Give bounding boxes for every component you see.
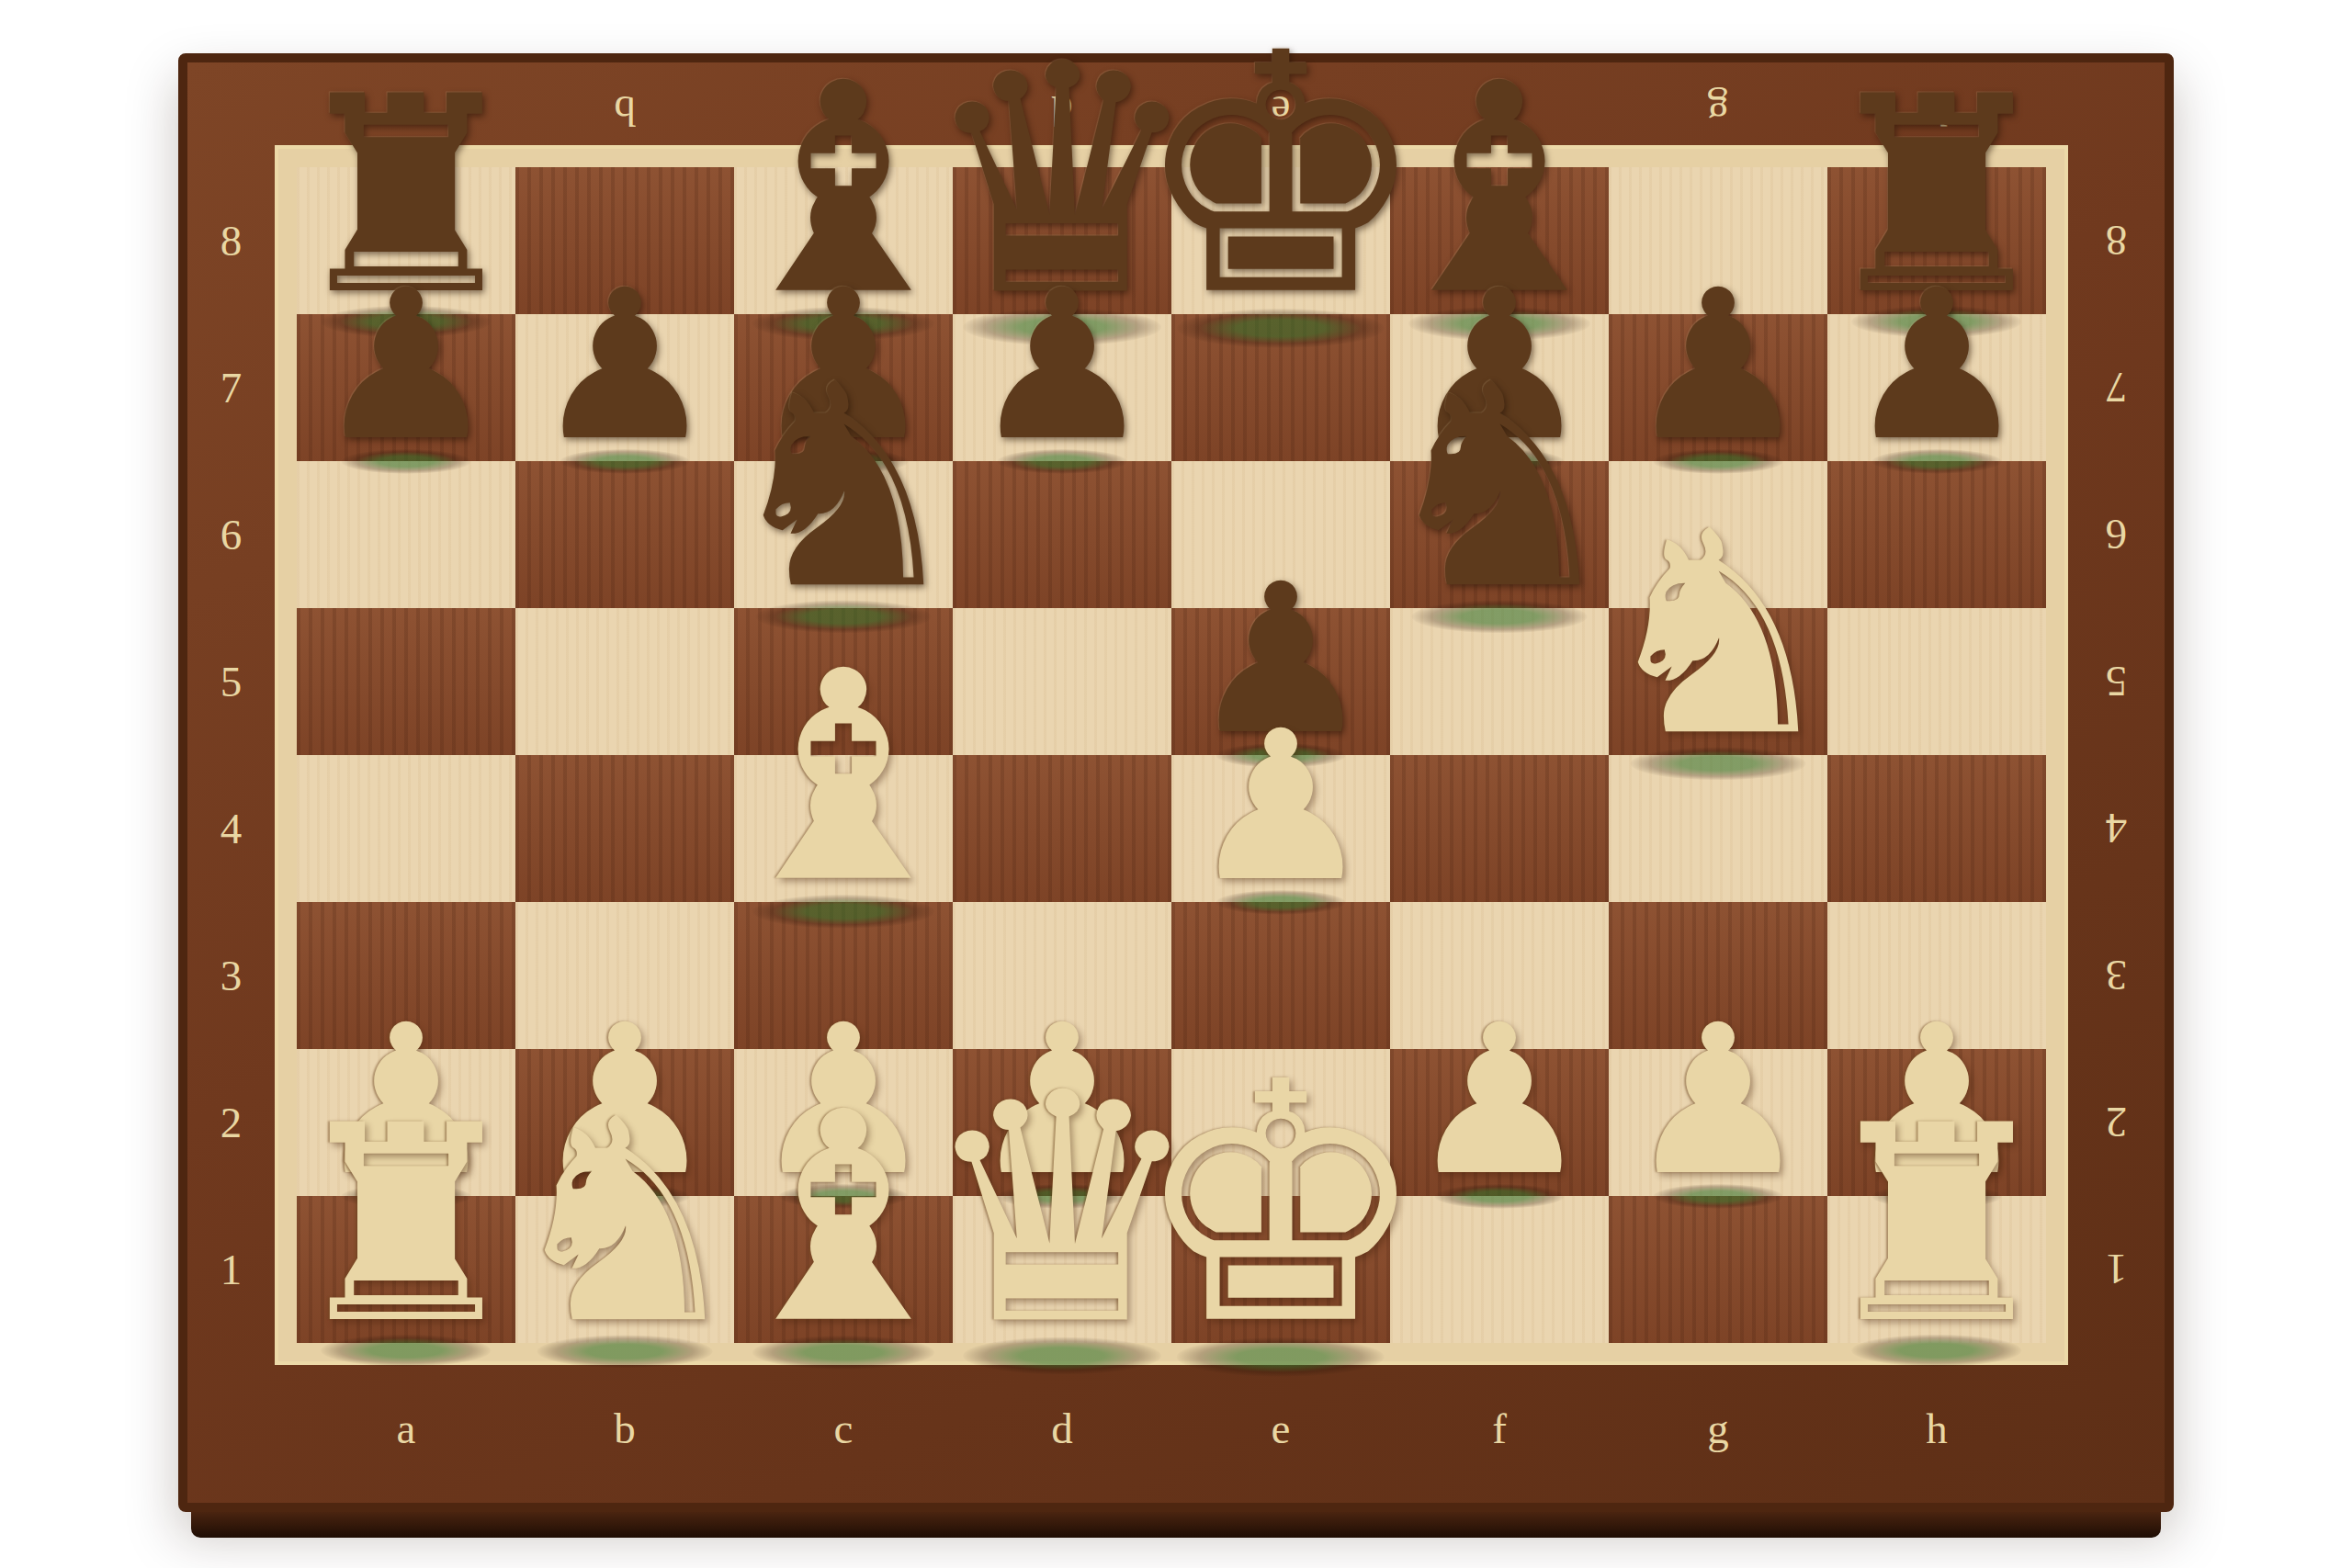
rank-label-right-2: 2	[2068, 1049, 2165, 1196]
file-label-bottom-f: f	[1390, 1407, 1609, 1450]
chess-board: abcdefgh 87654321 ♜♝♛♚♝♜♟♟♟♟♟♟♟♞♞♟♞♝♟♟♟♟…	[178, 53, 2174, 1538]
file-label-top-b: b	[515, 89, 734, 132]
square-a1[interactable]: ♜	[297, 1196, 515, 1343]
file-label-bottom-c: c	[734, 1407, 953, 1450]
piece-white-rook-h1[interactable]: ♜	[1815, 1090, 2058, 1361]
piece-black-knight-c6[interactable]: ♞	[718, 347, 968, 627]
square-h5[interactable]	[1827, 608, 2046, 755]
square-f6[interactable]: ♞	[1390, 461, 1609, 608]
square-g7[interactable]: ♟	[1609, 314, 1827, 461]
square-b5[interactable]	[515, 608, 734, 755]
rank-label-right-3: 3	[2068, 902, 2165, 1049]
square-e1[interactable]: ♚	[1171, 1196, 1390, 1343]
file-label-bottom-g: g	[1609, 1407, 1827, 1450]
rank-label-left-2: 2	[187, 1049, 275, 1196]
square-b7[interactable]: ♟	[515, 314, 734, 461]
rank-label-right-5: 5	[2068, 608, 2165, 755]
square-b1[interactable]: ♞	[515, 1196, 734, 1343]
rank-label-left-7: 7	[187, 314, 275, 461]
board-grid: ♜♝♛♚♝♜♟♟♟♟♟♟♟♞♞♟♞♝♟♟♟♟♟♟♟♟♜♞♝♛♚♜	[297, 167, 2046, 1343]
square-d5[interactable]	[953, 608, 1171, 755]
piece-black-pawn-g7[interactable]: ♟	[1625, 263, 1811, 469]
rank-label-left-1: 1	[187, 1196, 275, 1343]
square-h4[interactable]	[1827, 755, 2046, 902]
square-c4[interactable]: ♝	[734, 755, 953, 902]
board-frame: abcdefgh 87654321 ♜♝♛♚♝♜♟♟♟♟♟♟♟♞♞♟♞♝♟♟♟♟…	[178, 53, 2174, 1512]
square-c6[interactable]: ♞	[734, 461, 953, 608]
piece-black-knight-f6[interactable]: ♞	[1374, 347, 1624, 627]
piece-black-pawn-d7[interactable]: ♟	[969, 263, 1155, 469]
square-a4[interactable]	[297, 755, 515, 902]
file-label-bottom-h: h	[1827, 1407, 2046, 1450]
piece-black-pawn-h7[interactable]: ♟	[1844, 263, 2030, 469]
photo-backdrop: abcdefgh 87654321 ♜♝♛♚♝♜♟♟♟♟♟♟♟♞♞♟♞♝♟♟♟♟…	[0, 0, 2352, 1568]
piece-white-king-e1[interactable]: ♚	[1133, 1040, 1430, 1371]
file-label-bottom-d: d	[953, 1407, 1171, 1450]
piece-white-knight-g5[interactable]: ♞	[1592, 494, 1843, 774]
piece-white-pawn-e4[interactable]: ♟	[1188, 704, 1374, 910]
piece-black-pawn-a7[interactable]: ♟	[313, 263, 499, 469]
file-label-top-g: g	[1609, 89, 1827, 132]
square-a7[interactable]: ♟	[297, 314, 515, 461]
piece-white-rook-a1[interactable]: ♜	[285, 1090, 527, 1361]
file-label-bottom-b: b	[515, 1407, 734, 1450]
rank-label-right-1: 1	[2068, 1196, 2165, 1343]
rank-label-left-6: 6	[187, 461, 275, 608]
file-label-bottom-e: e	[1171, 1407, 1390, 1450]
piece-black-pawn-b7[interactable]: ♟	[532, 263, 718, 469]
square-d4[interactable]	[953, 755, 1171, 902]
rank-label-left-8: 8	[187, 167, 275, 314]
board-side-edge	[191, 1512, 2161, 1538]
square-a5[interactable]	[297, 608, 515, 755]
piece-white-pawn-f2[interactable]: ♟	[1407, 998, 1592, 1204]
square-d7[interactable]: ♟	[953, 314, 1171, 461]
square-g5[interactable]: ♞	[1609, 608, 1827, 755]
rank-label-right-6: 6	[2068, 461, 2165, 608]
piece-white-knight-b1[interactable]: ♞	[499, 1082, 750, 1362]
piece-white-pawn-g2[interactable]: ♟	[1625, 998, 1811, 1204]
square-h1[interactable]: ♜	[1827, 1196, 2046, 1343]
rank-label-right-4: 4	[2068, 755, 2165, 902]
rank-labels-left: 87654321	[187, 145, 275, 1365]
square-f4[interactable]	[1390, 755, 1609, 902]
square-b4[interactable]	[515, 755, 734, 902]
playing-field: ♜♝♛♚♝♜♟♟♟♟♟♟♟♞♞♟♞♝♟♟♟♟♟♟♟♟♜♞♝♛♚♜	[275, 145, 2068, 1365]
square-e4[interactable]: ♟	[1171, 755, 1390, 902]
square-e8[interactable]: ♚	[1171, 167, 1390, 314]
rank-label-left-5: 5	[187, 608, 275, 755]
square-h7[interactable]: ♟	[1827, 314, 2046, 461]
rank-label-left-3: 3	[187, 902, 275, 1049]
rank-label-left-4: 4	[187, 755, 275, 902]
rank-label-right-8: 8	[2068, 167, 2165, 314]
piece-white-bishop-c4[interactable]: ♝	[714, 634, 973, 923]
square-g2[interactable]: ♟	[1609, 1049, 1827, 1196]
file-label-bottom-a: a	[297, 1407, 515, 1450]
rank-label-right-7: 7	[2068, 314, 2165, 461]
rank-labels-right: 87654321	[2068, 145, 2165, 1365]
